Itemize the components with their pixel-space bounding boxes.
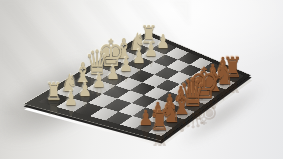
- piece-white-pawn[interactable]: ♟: [64, 89, 78, 108]
- piece-white-rook[interactable]: ♜: [45, 80, 62, 104]
- pieces-layer: ♜♜♟♟♞♞♟♟♝♝♟♟♚♚♟♟♟♟♛♛♜♜♟♟♟♟♝♝♞♞♟♟♟♟♞♞♝♝♟♟…: [0, 0, 283, 159]
- piece-white-pawn[interactable]: ♟: [132, 47, 146, 66]
- piece-white-pawn[interactable]: ♟: [119, 55, 133, 74]
- piece-white-pawn[interactable]: ♟: [106, 63, 120, 82]
- piece-white-pawn[interactable]: ♟: [79, 80, 93, 99]
- piece-white-pawn[interactable]: ♟: [144, 40, 158, 59]
- render-viewport: ♜♜♟♟♞♞♟♟♝♝♟♟♚♚♟♟♟♟♛♛♜♜♟♟♟♟♝♝♞♞♟♟♟♟♞♞♝♝♟♟…: [0, 0, 283, 159]
- piece-white-pawn[interactable]: ♟: [156, 32, 170, 51]
- piece-black-rook[interactable]: ♜: [150, 107, 170, 135]
- piece-white-pawn[interactable]: ♟: [93, 71, 107, 90]
